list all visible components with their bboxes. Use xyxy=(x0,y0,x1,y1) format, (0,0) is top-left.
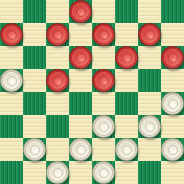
white-checker-piece[interactable] xyxy=(115,138,138,161)
light-square xyxy=(92,46,115,69)
dark-square[interactable] xyxy=(92,23,115,46)
dark-square[interactable] xyxy=(23,92,46,115)
dark-square[interactable] xyxy=(69,92,92,115)
light-square xyxy=(23,115,46,138)
dark-square[interactable] xyxy=(46,69,69,92)
dark-square[interactable] xyxy=(23,0,46,23)
light-square xyxy=(115,69,138,92)
light-square xyxy=(23,23,46,46)
dark-square[interactable] xyxy=(46,115,69,138)
dark-square[interactable] xyxy=(69,46,92,69)
light-square xyxy=(161,161,184,184)
red-checker-piece[interactable] xyxy=(69,46,92,69)
dark-square[interactable] xyxy=(115,92,138,115)
light-square xyxy=(92,0,115,23)
light-square xyxy=(69,161,92,184)
red-checker-piece[interactable] xyxy=(46,23,69,46)
light-square xyxy=(138,0,161,23)
red-checker-piece[interactable] xyxy=(138,23,161,46)
light-square xyxy=(161,115,184,138)
light-square xyxy=(138,92,161,115)
light-square xyxy=(0,138,23,161)
red-checker-piece[interactable] xyxy=(92,23,115,46)
dark-square[interactable] xyxy=(138,69,161,92)
white-checker-piece[interactable] xyxy=(0,69,23,92)
dark-square[interactable] xyxy=(115,138,138,161)
light-square xyxy=(46,46,69,69)
dark-square[interactable] xyxy=(92,161,115,184)
light-square xyxy=(0,92,23,115)
light-square xyxy=(161,69,184,92)
dark-square[interactable] xyxy=(23,46,46,69)
dark-square[interactable] xyxy=(138,23,161,46)
dark-square[interactable] xyxy=(69,0,92,23)
red-checker-piece[interactable] xyxy=(115,46,138,69)
light-square xyxy=(115,115,138,138)
dark-square[interactable] xyxy=(161,0,184,23)
dark-square[interactable] xyxy=(23,138,46,161)
light-square xyxy=(138,46,161,69)
red-checker-piece[interactable] xyxy=(69,0,92,23)
red-checker-piece[interactable] xyxy=(92,69,115,92)
white-checker-piece[interactable] xyxy=(23,138,46,161)
white-checker-piece[interactable] xyxy=(92,115,115,138)
white-checker-piece[interactable] xyxy=(92,161,115,184)
dark-square[interactable] xyxy=(161,138,184,161)
light-square xyxy=(69,23,92,46)
dark-square[interactable] xyxy=(0,23,23,46)
red-checker-piece[interactable] xyxy=(0,23,23,46)
dark-square[interactable] xyxy=(46,23,69,46)
dark-square[interactable] xyxy=(0,69,23,92)
dark-square[interactable] xyxy=(161,92,184,115)
light-square xyxy=(92,138,115,161)
light-square xyxy=(23,161,46,184)
light-square xyxy=(161,23,184,46)
light-square xyxy=(115,161,138,184)
white-checker-piece[interactable] xyxy=(46,161,69,184)
dark-square[interactable] xyxy=(115,46,138,69)
light-square xyxy=(0,0,23,23)
dark-square[interactable] xyxy=(46,161,69,184)
light-square xyxy=(92,92,115,115)
light-square xyxy=(46,0,69,23)
dark-square[interactable] xyxy=(115,0,138,23)
dark-square[interactable] xyxy=(0,161,23,184)
light-square xyxy=(69,69,92,92)
white-checker-piece[interactable] xyxy=(138,115,161,138)
light-square xyxy=(69,115,92,138)
light-square xyxy=(46,92,69,115)
red-checker-piece[interactable] xyxy=(46,69,69,92)
light-square xyxy=(46,138,69,161)
dark-square[interactable] xyxy=(69,138,92,161)
dark-square[interactable] xyxy=(138,115,161,138)
dark-square[interactable] xyxy=(161,46,184,69)
red-checker-piece[interactable] xyxy=(161,46,184,69)
dark-square[interactable] xyxy=(92,115,115,138)
white-checker-piece[interactable] xyxy=(69,138,92,161)
white-checker-piece[interactable] xyxy=(161,92,184,115)
light-square xyxy=(115,23,138,46)
light-square xyxy=(138,138,161,161)
dark-square[interactable] xyxy=(0,115,23,138)
light-square xyxy=(23,69,46,92)
white-checker-piece[interactable] xyxy=(161,138,184,161)
dark-square[interactable] xyxy=(138,161,161,184)
light-square xyxy=(0,46,23,69)
checkers-board xyxy=(0,0,184,184)
dark-square[interactable] xyxy=(92,69,115,92)
